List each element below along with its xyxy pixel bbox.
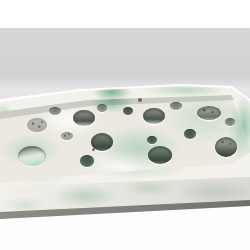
drain-hole — [215, 137, 237, 157]
drain-hole — [123, 107, 133, 115]
drain-hole — [197, 106, 221, 120]
drain-hole — [73, 110, 95, 126]
drain-hole — [61, 132, 73, 140]
material-speck — [138, 98, 142, 102]
drain-hole — [143, 108, 165, 124]
drain-hole — [18, 146, 46, 166]
drain-hole — [184, 129, 196, 139]
drain-hole — [27, 118, 47, 132]
material-speck — [92, 148, 95, 151]
drain-hole — [170, 102, 182, 110]
drain-hole — [80, 155, 94, 167]
drain-hole — [49, 107, 61, 115]
drain-hole — [148, 146, 172, 164]
drain-hole — [97, 104, 107, 112]
drain-hole — [147, 136, 157, 144]
drain-hole — [225, 118, 235, 126]
product-photo — [0, 0, 250, 250]
